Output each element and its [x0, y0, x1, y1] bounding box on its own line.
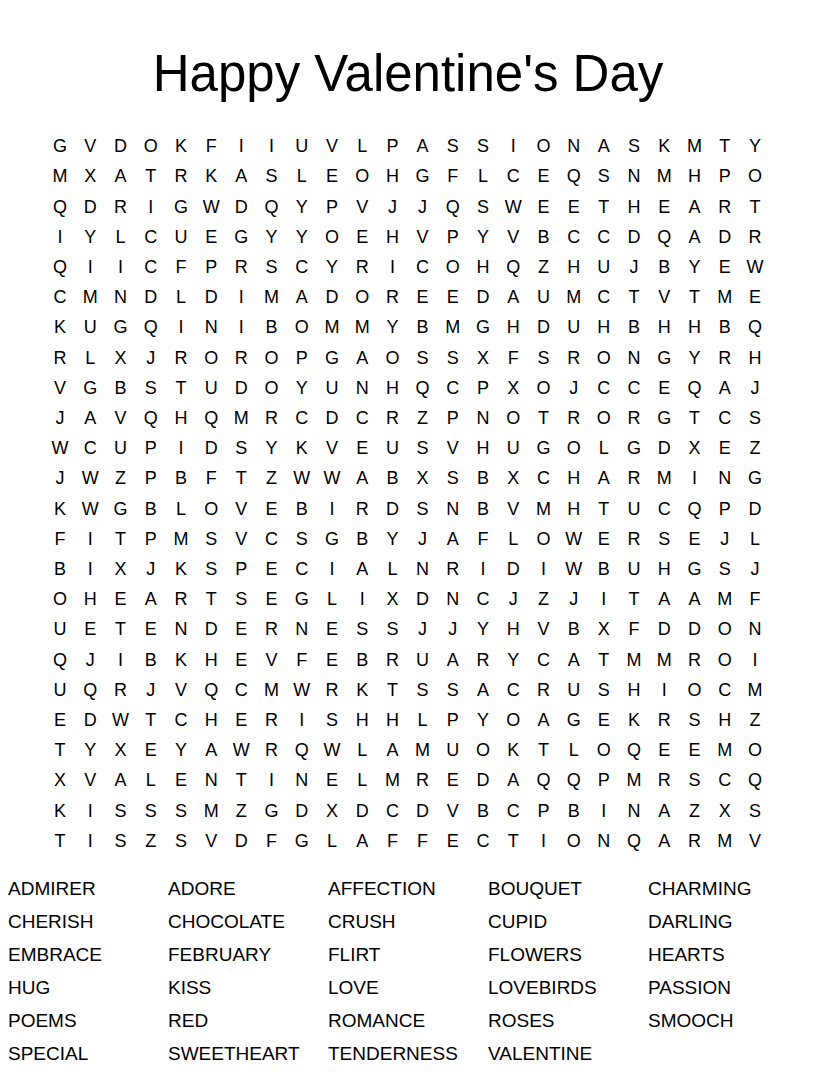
grid-cell[interactable]: R: [377, 403, 407, 433]
grid-cell[interactable]: M: [559, 282, 589, 312]
grid-cell[interactable]: V: [317, 433, 347, 463]
grid-cell[interactable]: E: [196, 222, 226, 252]
grid-cell[interactable]: S: [347, 614, 377, 644]
grid-cell[interactable]: M: [45, 161, 75, 191]
grid-cell[interactable]: A: [679, 222, 709, 252]
grid-cell[interactable]: F: [498, 342, 528, 372]
grid-cell[interactable]: W: [45, 433, 75, 463]
grid-cell[interactable]: G: [649, 403, 679, 433]
grid-cell[interactable]: Y: [679, 342, 709, 372]
grid-cell[interactable]: M: [196, 796, 226, 826]
grid-cell[interactable]: F: [740, 584, 770, 614]
grid-cell[interactable]: D: [226, 191, 256, 221]
grid-cell[interactable]: M: [377, 765, 407, 795]
grid-cell[interactable]: O: [287, 312, 317, 342]
grid-cell[interactable]: M: [347, 312, 377, 342]
grid-cell[interactable]: J: [45, 463, 75, 493]
grid-cell[interactable]: W: [498, 191, 528, 221]
grid-cell[interactable]: N: [589, 826, 619, 856]
grid-cell[interactable]: C: [498, 675, 528, 705]
grid-cell[interactable]: Q: [649, 222, 679, 252]
grid-cell[interactable]: R: [105, 675, 135, 705]
grid-cell[interactable]: P: [136, 524, 166, 554]
grid-cell[interactable]: A: [589, 131, 619, 161]
grid-cell[interactable]: D: [196, 433, 226, 463]
grid-cell[interactable]: H: [196, 705, 226, 735]
grid-cell[interactable]: K: [498, 735, 528, 765]
grid-cell[interactable]: C: [589, 222, 619, 252]
grid-cell[interactable]: E: [438, 765, 468, 795]
grid-cell[interactable]: R: [649, 705, 679, 735]
grid-cell[interactable]: B: [347, 645, 377, 675]
grid-cell[interactable]: D: [649, 433, 679, 463]
grid-cell[interactable]: A: [649, 826, 679, 856]
grid-cell[interactable]: I: [75, 554, 105, 584]
grid-cell[interactable]: B: [649, 252, 679, 282]
grid-cell[interactable]: Y: [75, 222, 105, 252]
grid-cell[interactable]: Q: [438, 191, 468, 221]
grid-cell[interactable]: D: [408, 584, 438, 614]
grid-cell[interactable]: S: [256, 161, 286, 191]
grid-cell[interactable]: C: [710, 403, 740, 433]
grid-cell[interactable]: N: [619, 796, 649, 826]
grid-cell[interactable]: Q: [679, 494, 709, 524]
grid-cell[interactable]: U: [528, 282, 558, 312]
grid-cell[interactable]: V: [166, 675, 196, 705]
grid-cell[interactable]: V: [740, 826, 770, 856]
grid-cell[interactable]: R: [377, 282, 407, 312]
grid-cell[interactable]: D: [649, 614, 679, 644]
grid-cell[interactable]: V: [498, 494, 528, 524]
grid-cell[interactable]: I: [589, 796, 619, 826]
grid-cell[interactable]: C: [287, 252, 317, 282]
grid-cell[interactable]: G: [105, 312, 135, 342]
grid-cell[interactable]: Y: [740, 131, 770, 161]
grid-cell[interactable]: C: [468, 826, 498, 856]
grid-cell[interactable]: S: [408, 494, 438, 524]
grid-cell[interactable]: N: [438, 584, 468, 614]
grid-cell[interactable]: N: [619, 161, 649, 191]
grid-cell[interactable]: D: [105, 131, 135, 161]
grid-cell[interactable]: P: [317, 191, 347, 221]
grid-cell[interactable]: I: [105, 252, 135, 282]
grid-cell[interactable]: Q: [498, 252, 528, 282]
grid-cell[interactable]: S: [468, 191, 498, 221]
grid-cell[interactable]: T: [619, 584, 649, 614]
grid-cell[interactable]: Z: [528, 584, 558, 614]
grid-cell[interactable]: C: [589, 282, 619, 312]
grid-cell[interactable]: M: [75, 282, 105, 312]
grid-cell[interactable]: X: [45, 765, 75, 795]
grid-cell[interactable]: I: [166, 433, 196, 463]
grid-cell[interactable]: Z: [740, 705, 770, 735]
grid-cell[interactable]: F: [196, 463, 226, 493]
grid-cell[interactable]: D: [710, 222, 740, 252]
grid-cell[interactable]: N: [287, 765, 317, 795]
grid-cell[interactable]: Y: [498, 645, 528, 675]
grid-cell[interactable]: K: [196, 161, 226, 191]
grid-cell[interactable]: I: [317, 494, 347, 524]
grid-cell[interactable]: I: [226, 282, 256, 312]
grid-cell[interactable]: F: [196, 131, 226, 161]
grid-cell[interactable]: J: [559, 373, 589, 403]
grid-cell[interactable]: E: [256, 494, 286, 524]
grid-cell[interactable]: P: [528, 796, 558, 826]
grid-cell[interactable]: G: [256, 796, 286, 826]
grid-cell[interactable]: B: [559, 614, 589, 644]
grid-cell[interactable]: L: [468, 161, 498, 191]
grid-cell[interactable]: A: [136, 584, 166, 614]
grid-cell[interactable]: S: [226, 584, 256, 614]
grid-cell[interactable]: O: [679, 675, 709, 705]
grid-cell[interactable]: Y: [75, 735, 105, 765]
grid-cell[interactable]: V: [45, 373, 75, 403]
grid-cell[interactable]: I: [498, 131, 528, 161]
grid-cell[interactable]: E: [256, 554, 286, 584]
grid-cell[interactable]: T: [105, 614, 135, 644]
grid-cell[interactable]: W: [559, 524, 589, 554]
grid-cell[interactable]: C: [347, 403, 377, 433]
grid-cell[interactable]: D: [528, 312, 558, 342]
grid-cell[interactable]: T: [679, 403, 709, 433]
grid-cell[interactable]: M: [710, 282, 740, 312]
grid-cell[interactable]: O: [740, 161, 770, 191]
grid-cell[interactable]: I: [347, 584, 377, 614]
grid-cell[interactable]: V: [105, 403, 135, 433]
grid-cell[interactable]: C: [559, 222, 589, 252]
grid-cell[interactable]: H: [649, 312, 679, 342]
grid-cell[interactable]: J: [559, 584, 589, 614]
grid-cell[interactable]: S: [740, 403, 770, 433]
grid-cell[interactable]: Q: [196, 675, 226, 705]
grid-cell[interactable]: C: [136, 252, 166, 282]
grid-cell[interactable]: Y: [256, 222, 286, 252]
grid-cell[interactable]: S: [679, 765, 709, 795]
grid-cell[interactable]: R: [226, 252, 256, 282]
grid-cell[interactable]: V: [438, 433, 468, 463]
grid-cell[interactable]: U: [619, 494, 649, 524]
grid-cell[interactable]: U: [438, 735, 468, 765]
grid-cell[interactable]: D: [679, 614, 709, 644]
grid-cell[interactable]: X: [498, 463, 528, 493]
grid-cell[interactable]: W: [317, 463, 347, 493]
grid-cell[interactable]: C: [136, 222, 166, 252]
grid-cell[interactable]: M: [710, 826, 740, 856]
grid-cell[interactable]: H: [377, 373, 407, 403]
grid-cell[interactable]: J: [136, 342, 166, 372]
grid-cell[interactable]: C: [287, 403, 317, 433]
grid-cell[interactable]: R: [256, 614, 286, 644]
grid-cell[interactable]: B: [256, 312, 286, 342]
grid-cell[interactable]: L: [317, 826, 347, 856]
grid-cell[interactable]: A: [347, 554, 377, 584]
grid-cell[interactable]: R: [347, 494, 377, 524]
grid-cell[interactable]: Y: [377, 312, 407, 342]
grid-cell[interactable]: Q: [256, 191, 286, 221]
grid-cell[interactable]: R: [619, 403, 649, 433]
grid-cell[interactable]: S: [196, 524, 226, 554]
grid-cell[interactable]: D: [196, 614, 226, 644]
grid-cell[interactable]: D: [136, 282, 166, 312]
grid-cell[interactable]: W: [287, 675, 317, 705]
grid-cell[interactable]: R: [105, 191, 135, 221]
grid-cell[interactable]: O: [528, 524, 558, 554]
grid-cell[interactable]: B: [468, 796, 498, 826]
grid-cell[interactable]: L: [498, 524, 528, 554]
grid-cell[interactable]: R: [740, 222, 770, 252]
grid-cell[interactable]: F: [45, 524, 75, 554]
grid-cell[interactable]: R: [166, 342, 196, 372]
grid-cell[interactable]: E: [528, 191, 558, 221]
grid-cell[interactable]: E: [226, 705, 256, 735]
grid-cell[interactable]: Q: [528, 765, 558, 795]
grid-cell[interactable]: N: [287, 614, 317, 644]
grid-cell[interactable]: D: [408, 796, 438, 826]
grid-cell[interactable]: W: [559, 554, 589, 584]
grid-cell[interactable]: E: [105, 584, 135, 614]
grid-cell[interactable]: O: [438, 252, 468, 282]
grid-cell[interactable]: Z: [226, 796, 256, 826]
grid-cell[interactable]: M: [226, 403, 256, 433]
grid-cell[interactable]: A: [226, 161, 256, 191]
grid-cell[interactable]: S: [438, 675, 468, 705]
grid-cell[interactable]: I: [105, 645, 135, 675]
grid-cell[interactable]: E: [347, 433, 377, 463]
grid-cell[interactable]: M: [710, 735, 740, 765]
grid-cell[interactable]: A: [347, 826, 377, 856]
grid-cell[interactable]: Q: [679, 373, 709, 403]
grid-cell[interactable]: M: [317, 312, 347, 342]
grid-cell[interactable]: C: [528, 463, 558, 493]
grid-cell[interactable]: Z: [256, 463, 286, 493]
grid-cell[interactable]: L: [589, 433, 619, 463]
grid-cell[interactable]: D: [740, 494, 770, 524]
grid-cell[interactable]: I: [589, 584, 619, 614]
grid-cell[interactable]: H: [468, 433, 498, 463]
grid-cell[interactable]: N: [468, 403, 498, 433]
grid-cell[interactable]: I: [256, 131, 286, 161]
grid-cell[interactable]: P: [136, 433, 166, 463]
grid-cell[interactable]: I: [679, 463, 709, 493]
grid-cell[interactable]: D: [468, 282, 498, 312]
grid-cell[interactable]: T: [589, 191, 619, 221]
grid-cell[interactable]: X: [498, 373, 528, 403]
grid-cell[interactable]: G: [166, 191, 196, 221]
grid-cell[interactable]: Y: [256, 433, 286, 463]
grid-cell[interactable]: M: [649, 161, 679, 191]
grid-cell[interactable]: L: [166, 494, 196, 524]
grid-cell[interactable]: Q: [45, 191, 75, 221]
grid-cell[interactable]: U: [75, 312, 105, 342]
grid-cell[interactable]: E: [408, 282, 438, 312]
grid-cell[interactable]: H: [498, 312, 528, 342]
grid-cell[interactable]: D: [75, 191, 105, 221]
grid-cell[interactable]: O: [377, 342, 407, 372]
grid-cell[interactable]: R: [347, 252, 377, 282]
grid-cell[interactable]: I: [226, 312, 256, 342]
grid-cell[interactable]: E: [317, 614, 347, 644]
grid-cell[interactable]: V: [196, 826, 226, 856]
grid-cell[interactable]: P: [589, 765, 619, 795]
grid-cell[interactable]: E: [589, 705, 619, 735]
grid-cell[interactable]: R: [256, 403, 286, 433]
grid-cell[interactable]: U: [287, 131, 317, 161]
grid-cell[interactable]: S: [589, 675, 619, 705]
grid-cell[interactable]: A: [649, 584, 679, 614]
grid-cell[interactable]: L: [559, 735, 589, 765]
grid-cell[interactable]: V: [256, 645, 286, 675]
grid-cell[interactable]: R: [166, 584, 196, 614]
grid-cell[interactable]: O: [528, 131, 558, 161]
grid-cell[interactable]: H: [196, 645, 226, 675]
grid-cell[interactable]: H: [589, 312, 619, 342]
grid-cell[interactable]: I: [317, 554, 347, 584]
grid-cell[interactable]: V: [226, 494, 256, 524]
grid-cell[interactable]: O: [45, 584, 75, 614]
grid-cell[interactable]: X: [105, 554, 135, 584]
grid-cell[interactable]: T: [619, 282, 649, 312]
grid-cell[interactable]: U: [408, 645, 438, 675]
grid-cell[interactable]: Q: [559, 765, 589, 795]
grid-cell[interactable]: O: [256, 373, 286, 403]
grid-cell[interactable]: H: [75, 584, 105, 614]
grid-cell[interactable]: P: [196, 252, 226, 282]
grid-cell[interactable]: J: [45, 403, 75, 433]
grid-cell[interactable]: S: [408, 342, 438, 372]
grid-cell[interactable]: E: [710, 252, 740, 282]
grid-cell[interactable]: C: [528, 645, 558, 675]
grid-cell[interactable]: D: [226, 373, 256, 403]
grid-cell[interactable]: C: [226, 675, 256, 705]
grid-cell[interactable]: I: [740, 645, 770, 675]
grid-cell[interactable]: A: [710, 373, 740, 403]
grid-cell[interactable]: G: [559, 705, 589, 735]
grid-cell[interactable]: K: [619, 705, 649, 735]
grid-cell[interactable]: R: [377, 645, 407, 675]
grid-cell[interactable]: I: [75, 796, 105, 826]
grid-cell[interactable]: A: [377, 735, 407, 765]
grid-cell[interactable]: S: [166, 826, 196, 856]
grid-cell[interactable]: A: [438, 645, 468, 675]
grid-cell[interactable]: O: [710, 614, 740, 644]
grid-cell[interactable]: G: [408, 161, 438, 191]
grid-cell[interactable]: X: [408, 463, 438, 493]
grid-cell[interactable]: E: [649, 735, 679, 765]
grid-cell[interactable]: Q: [740, 312, 770, 342]
grid-cell[interactable]: U: [589, 252, 619, 282]
grid-cell[interactable]: E: [166, 765, 196, 795]
grid-cell[interactable]: O: [559, 433, 589, 463]
grid-cell[interactable]: A: [105, 161, 135, 191]
grid-cell[interactable]: E: [75, 614, 105, 644]
grid-cell[interactable]: Y: [679, 252, 709, 282]
grid-cell[interactable]: A: [498, 765, 528, 795]
grid-cell[interactable]: C: [166, 705, 196, 735]
grid-cell[interactable]: L: [105, 222, 135, 252]
grid-cell[interactable]: R: [679, 645, 709, 675]
grid-cell[interactable]: O: [347, 282, 377, 312]
grid-cell[interactable]: W: [196, 191, 226, 221]
grid-cell[interactable]: O: [559, 826, 589, 856]
grid-cell[interactable]: S: [710, 554, 740, 584]
grid-cell[interactable]: C: [619, 373, 649, 403]
grid-cell[interactable]: D: [377, 494, 407, 524]
grid-cell[interactable]: K: [649, 131, 679, 161]
grid-cell[interactable]: K: [45, 312, 75, 342]
grid-cell[interactable]: B: [136, 645, 166, 675]
grid-cell[interactable]: W: [226, 735, 256, 765]
grid-cell[interactable]: S: [136, 796, 166, 826]
grid-cell[interactable]: Y: [468, 222, 498, 252]
grid-cell[interactable]: A: [347, 463, 377, 493]
grid-cell[interactable]: I: [468, 554, 498, 584]
grid-cell[interactable]: E: [317, 765, 347, 795]
grid-cell[interactable]: H: [347, 705, 377, 735]
grid-cell[interactable]: Q: [619, 826, 649, 856]
grid-cell[interactable]: Q: [75, 675, 105, 705]
grid-cell[interactable]: P: [710, 494, 740, 524]
grid-cell[interactable]: O: [589, 735, 619, 765]
grid-cell[interactable]: Q: [619, 735, 649, 765]
grid-cell[interactable]: R: [45, 342, 75, 372]
grid-cell[interactable]: C: [377, 796, 407, 826]
grid-cell[interactable]: V: [528, 614, 558, 644]
grid-cell[interactable]: H: [559, 494, 589, 524]
grid-cell[interactable]: S: [105, 796, 135, 826]
grid-cell[interactable]: N: [347, 373, 377, 403]
grid-cell[interactable]: L: [136, 765, 166, 795]
grid-cell[interactable]: Z: [408, 403, 438, 433]
grid-cell[interactable]: G: [740, 463, 770, 493]
grid-cell[interactable]: Y: [166, 735, 196, 765]
grid-cell[interactable]: J: [408, 191, 438, 221]
grid-cell[interactable]: R: [256, 705, 286, 735]
grid-cell[interactable]: A: [589, 463, 619, 493]
grid-cell[interactable]: N: [710, 463, 740, 493]
grid-cell[interactable]: R: [679, 826, 709, 856]
grid-cell[interactable]: U: [105, 433, 135, 463]
grid-cell[interactable]: H: [498, 614, 528, 644]
grid-cell[interactable]: T: [589, 494, 619, 524]
grid-cell[interactable]: O: [589, 403, 619, 433]
grid-cell[interactable]: L: [347, 131, 377, 161]
grid-cell[interactable]: T: [528, 403, 558, 433]
grid-cell[interactable]: Y: [468, 705, 498, 735]
grid-cell[interactable]: S: [105, 826, 135, 856]
grid-cell[interactable]: E: [559, 191, 589, 221]
grid-cell[interactable]: R: [619, 463, 649, 493]
grid-cell[interactable]: G: [649, 342, 679, 372]
grid-cell[interactable]: J: [619, 252, 649, 282]
grid-cell[interactable]: K: [45, 796, 75, 826]
grid-cell[interactable]: Y: [377, 524, 407, 554]
grid-cell[interactable]: R: [710, 191, 740, 221]
grid-cell[interactable]: Y: [287, 191, 317, 221]
grid-cell[interactable]: T: [740, 191, 770, 221]
grid-cell[interactable]: P: [377, 131, 407, 161]
grid-cell[interactable]: S: [589, 161, 619, 191]
grid-cell[interactable]: M: [619, 765, 649, 795]
grid-cell[interactable]: M: [408, 735, 438, 765]
grid-cell[interactable]: E: [649, 191, 679, 221]
grid-cell[interactable]: D: [196, 282, 226, 312]
grid-cell[interactable]: U: [498, 433, 528, 463]
grid-cell[interactable]: V: [347, 191, 377, 221]
grid-cell[interactable]: H: [619, 191, 649, 221]
grid-cell[interactable]: O: [317, 222, 347, 252]
grid-cell[interactable]: J: [136, 554, 166, 584]
grid-cell[interactable]: Q: [196, 403, 226, 433]
